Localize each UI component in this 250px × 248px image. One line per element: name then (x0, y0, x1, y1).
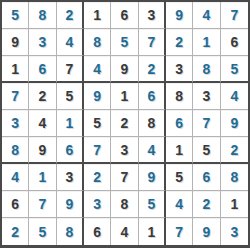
cell-r8c6[interactable]: 5 (139, 191, 166, 218)
cell-r5c3[interactable]: 1 (57, 110, 84, 137)
cell-r5c8[interactable]: 7 (193, 110, 220, 137)
cell-r2c3[interactable]: 4 (57, 29, 84, 56)
cell-r3c6[interactable]: 2 (139, 56, 166, 83)
cell-r7c9[interactable]: 8 (221, 164, 248, 191)
cell-r1c8[interactable]: 4 (193, 2, 220, 29)
cell-r8c3[interactable]: 9 (57, 191, 84, 218)
cell-r1c2[interactable]: 8 (29, 2, 56, 29)
cell-r9c1[interactable]: 2 (2, 218, 29, 245)
cell-r6c3[interactable]: 6 (57, 137, 84, 164)
cell-r8c5[interactable]: 8 (111, 191, 138, 218)
cell-r9c6[interactable]: 1 (139, 218, 166, 245)
cell-r3c1[interactable]: 1 (2, 56, 29, 83)
cell-r3c3[interactable]: 7 (57, 56, 84, 83)
cell-r4c4[interactable]: 9 (84, 83, 111, 110)
cell-r9c5[interactable]: 4 (111, 218, 138, 245)
cell-r4c8[interactable]: 3 (193, 83, 220, 110)
cell-r5c2[interactable]: 4 (29, 110, 56, 137)
cell-r3c5[interactable]: 9 (111, 56, 138, 83)
cell-r2c4[interactable]: 8 (84, 29, 111, 56)
cell-r9c8[interactable]: 9 (193, 218, 220, 245)
cell-r4c3[interactable]: 5 (57, 83, 84, 110)
cell-r1c3[interactable]: 2 (57, 2, 84, 29)
cell-r5c9[interactable]: 9 (221, 110, 248, 137)
cell-r4c2[interactable]: 2 (29, 83, 56, 110)
sudoku-board: 5821639479348572161674923857259168343415… (0, 0, 250, 248)
cell-r6c7[interactable]: 1 (166, 137, 193, 164)
cell-r1c7[interactable]: 9 (166, 2, 193, 29)
cell-r5c6[interactable]: 8 (139, 110, 166, 137)
cell-r8c2[interactable]: 7 (29, 191, 56, 218)
cell-r2c5[interactable]: 5 (111, 29, 138, 56)
cell-r5c1[interactable]: 3 (2, 110, 29, 137)
cell-r8c7[interactable]: 4 (166, 191, 193, 218)
cell-r1c9[interactable]: 7 (221, 2, 248, 29)
cell-r4c9[interactable]: 4 (221, 83, 248, 110)
cell-r6c9[interactable]: 2 (221, 137, 248, 164)
cell-r4c7[interactable]: 8 (166, 83, 193, 110)
cell-r7c4[interactable]: 2 (84, 164, 111, 191)
cell-r6c5[interactable]: 3 (111, 137, 138, 164)
cell-r1c6[interactable]: 3 (139, 2, 166, 29)
cell-r5c7[interactable]: 6 (166, 110, 193, 137)
cell-r1c1[interactable]: 5 (2, 2, 29, 29)
cell-r3c2[interactable]: 6 (29, 56, 56, 83)
cell-r7c1[interactable]: 4 (2, 164, 29, 191)
cell-r9c9[interactable]: 3 (221, 218, 248, 245)
cell-r5c5[interactable]: 2 (111, 110, 138, 137)
cell-r2c2[interactable]: 3 (29, 29, 56, 56)
cell-r8c9[interactable]: 1 (221, 191, 248, 218)
cell-r7c5[interactable]: 7 (111, 164, 138, 191)
cell-r2c7[interactable]: 2 (166, 29, 193, 56)
cell-r2c6[interactable]: 7 (139, 29, 166, 56)
cell-r4c6[interactable]: 6 (139, 83, 166, 110)
cell-r9c4[interactable]: 6 (84, 218, 111, 245)
cell-r9c7[interactable]: 7 (166, 218, 193, 245)
cell-r2c8[interactable]: 1 (193, 29, 220, 56)
cell-r8c1[interactable]: 6 (2, 191, 29, 218)
cell-r3c4[interactable]: 4 (84, 56, 111, 83)
cell-r6c1[interactable]: 8 (2, 137, 29, 164)
cell-r7c8[interactable]: 6 (193, 164, 220, 191)
cell-r1c5[interactable]: 6 (111, 2, 138, 29)
cell-r3c9[interactable]: 5 (221, 56, 248, 83)
cell-r2c1[interactable]: 9 (2, 29, 29, 56)
cell-r3c8[interactable]: 8 (193, 56, 220, 83)
cell-r7c3[interactable]: 3 (57, 164, 84, 191)
cell-r7c7[interactable]: 5 (166, 164, 193, 191)
cell-r2c9[interactable]: 6 (221, 29, 248, 56)
cell-r9c2[interactable]: 5 (29, 218, 56, 245)
cell-r6c6[interactable]: 4 (139, 137, 166, 164)
cell-r3c7[interactable]: 3 (166, 56, 193, 83)
cell-r1c4[interactable]: 1 (84, 2, 111, 29)
cell-r8c4[interactable]: 3 (84, 191, 111, 218)
cell-r4c1[interactable]: 7 (2, 83, 29, 110)
cell-r6c4[interactable]: 7 (84, 137, 111, 164)
cell-r6c8[interactable]: 5 (193, 137, 220, 164)
cell-r7c6[interactable]: 9 (139, 164, 166, 191)
cell-r5c4[interactable]: 5 (84, 110, 111, 137)
cell-r8c8[interactable]: 2 (193, 191, 220, 218)
cell-r7c2[interactable]: 1 (29, 164, 56, 191)
cell-r4c5[interactable]: 1 (111, 83, 138, 110)
cell-r9c3[interactable]: 8 (57, 218, 84, 245)
cell-r6c2[interactable]: 9 (29, 137, 56, 164)
